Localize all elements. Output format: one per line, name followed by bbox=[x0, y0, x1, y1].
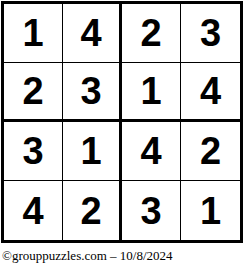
cell-r4c3: 3 bbox=[122, 181, 181, 240]
puzzle-page: 1 4 2 3 2 3 1 4 3 1 4 2 4 2 3 1 ©grouppu… bbox=[0, 0, 247, 269]
cell-r1c3: 2 bbox=[122, 4, 181, 63]
sudoku-board: 1 4 2 3 2 3 1 4 3 1 4 2 4 2 3 1 bbox=[1, 1, 243, 243]
cell-r4c1: 4 bbox=[4, 181, 63, 240]
copyright-footer: ©grouppuzzles.com – 10/8/2024 bbox=[2, 248, 247, 264]
cell-r1c1: 1 bbox=[4, 4, 63, 63]
cell-r2c4: 4 bbox=[181, 63, 240, 122]
cell-r3c2: 1 bbox=[63, 122, 122, 181]
cell-r2c2: 3 bbox=[63, 63, 122, 122]
cell-r3c4: 2 bbox=[181, 122, 240, 181]
cell-r1c4: 3 bbox=[181, 4, 240, 63]
cell-r3c1: 3 bbox=[4, 122, 63, 181]
cell-r2c1: 2 bbox=[4, 63, 63, 122]
cell-r3c3: 4 bbox=[122, 122, 181, 181]
cell-r2c3: 1 bbox=[122, 63, 181, 122]
cell-r4c4: 1 bbox=[181, 181, 240, 240]
cell-r4c2: 2 bbox=[63, 181, 122, 240]
cell-r1c2: 4 bbox=[63, 4, 122, 63]
